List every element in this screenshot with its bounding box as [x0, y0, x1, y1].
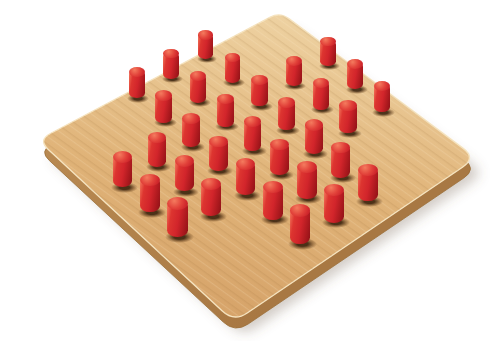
peg-solitaire-photo [0, 0, 500, 341]
peg-cap [358, 164, 378, 176]
peg-cap [320, 37, 335, 46]
peg-cap [347, 59, 363, 69]
peg-cap [182, 113, 200, 124]
peg-cap [209, 136, 228, 148]
peg-cap [286, 56, 302, 66]
peg-cap [374, 81, 391, 91]
peg-cap [167, 197, 188, 210]
peg-cap [251, 75, 267, 85]
peg-cap [175, 155, 194, 167]
peg-cap [339, 100, 356, 111]
peg-cap [290, 204, 311, 217]
peg-cap [278, 97, 295, 108]
peg-cap [113, 151, 132, 163]
peg-cap [198, 30, 213, 39]
peg-cap [305, 119, 323, 130]
board-grain [44, 15, 470, 317]
peg-cap [155, 90, 172, 101]
